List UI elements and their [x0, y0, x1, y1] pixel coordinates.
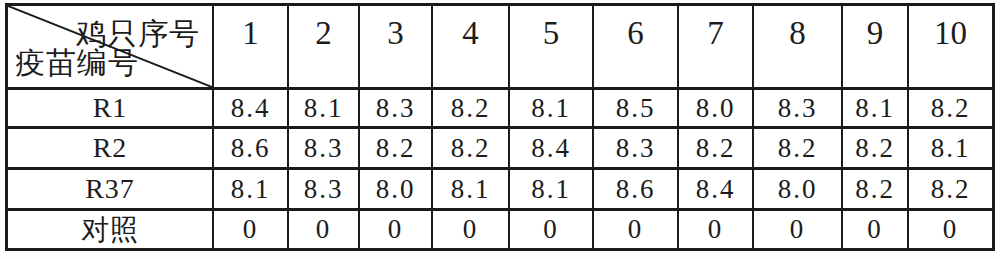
value-cell-r4-c7: 0	[677, 208, 752, 248]
row-label-对照: 对照	[8, 208, 212, 248]
row-label-R37: R37	[8, 167, 212, 208]
value-cell-r3-c10: 8.2	[907, 167, 992, 208]
value-cell-r2-c2: 8.3	[287, 126, 358, 167]
value-cell-r3-c6: 8.6	[592, 167, 677, 208]
value-cell-r4-c9: 0	[841, 208, 907, 248]
value-cell-r4-c5: 0	[508, 208, 592, 248]
value-cell-r1-c7: 8.0	[677, 87, 752, 126]
value-cell-r2-c7: 8.2	[677, 126, 752, 167]
value-cell-r3-c5: 8.1	[508, 167, 592, 208]
row-label-R2: R2	[8, 126, 212, 167]
value-cell-r1-c6: 8.5	[592, 87, 677, 126]
value-cell-r4-c10: 0	[907, 208, 992, 248]
value-cell-r2-c9: 8.2	[841, 126, 907, 167]
value-cell-r1-c8: 8.3	[752, 87, 841, 126]
titer-table: 鸡只序号疫苗编号12345678910R18.48.18.38.28.18.58…	[5, 3, 995, 251]
value-cell-r3-c9: 8.2	[841, 167, 907, 208]
corner-bottom-label: 疫苗编号	[15, 43, 139, 84]
value-cell-r4-c3: 0	[358, 208, 431, 248]
value-cell-r1-c9: 8.1	[841, 87, 907, 126]
value-cell-r2-c10: 8.1	[907, 126, 992, 167]
column-header-6: 6	[592, 6, 677, 87]
column-header-1: 1	[212, 6, 287, 87]
value-cell-r3-c2: 8.3	[287, 167, 358, 208]
value-cell-r4-c8: 0	[752, 208, 841, 248]
column-header-10: 10	[907, 6, 992, 87]
value-cell-r1-c1: 8.4	[212, 87, 287, 126]
value-cell-r1-c10: 8.2	[907, 87, 992, 126]
value-cell-r2-c6: 8.3	[592, 126, 677, 167]
value-cell-r2-c8: 8.2	[752, 126, 841, 167]
row-label-R1: R1	[8, 87, 212, 126]
value-cell-r3-c4: 8.1	[431, 167, 508, 208]
value-cell-r2-c1: 8.6	[212, 126, 287, 167]
column-header-4: 4	[431, 6, 508, 87]
column-header-7: 7	[677, 6, 752, 87]
corner-header-cell: 鸡只序号疫苗编号	[8, 6, 212, 87]
value-cell-r1-c5: 8.1	[508, 87, 592, 126]
value-cell-r4-c6: 0	[592, 208, 677, 248]
value-cell-r4-c4: 0	[431, 208, 508, 248]
value-cell-r3-c1: 8.1	[212, 167, 287, 208]
value-cell-r1-c4: 8.2	[431, 87, 508, 126]
column-header-3: 3	[358, 6, 431, 87]
value-cell-r4-c1: 0	[212, 208, 287, 248]
value-cell-r3-c3: 8.0	[358, 167, 431, 208]
value-cell-r2-c5: 8.4	[508, 126, 592, 167]
value-cell-r1-c3: 8.3	[358, 87, 431, 126]
column-header-8: 8	[752, 6, 841, 87]
value-cell-r3-c7: 8.4	[677, 167, 752, 208]
value-cell-r2-c3: 8.2	[358, 126, 431, 167]
value-cell-r1-c2: 8.1	[287, 87, 358, 126]
column-header-5: 5	[508, 6, 592, 87]
column-header-9: 9	[841, 6, 907, 87]
scanned-document-page: 鸡只序号疫苗编号12345678910R18.48.18.38.28.18.58…	[0, 0, 1000, 259]
value-cell-r2-c4: 8.2	[431, 126, 508, 167]
value-cell-r3-c8: 8.0	[752, 167, 841, 208]
value-cell-r4-c2: 0	[287, 208, 358, 248]
column-header-2: 2	[287, 6, 358, 87]
